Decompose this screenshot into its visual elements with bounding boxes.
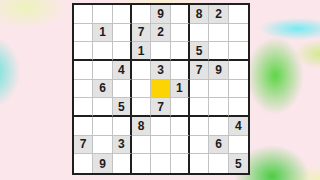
cell-r1c7[interactable]: 8 — [190, 5, 209, 24]
cell-r3c1[interactable] — [74, 42, 93, 61]
cell-r1c3[interactable] — [113, 5, 132, 24]
cell-r6c9[interactable] — [229, 98, 248, 117]
cell-r3c8[interactable] — [209, 42, 228, 61]
cell-r7c3[interactable] — [113, 117, 132, 136]
cell-r3c7[interactable]: 5 — [190, 42, 209, 61]
cell-r5c8[interactable] — [209, 80, 228, 99]
cell-r7c4[interactable]: 8 — [132, 117, 151, 136]
cell-r9c2[interactable]: 9 — [93, 154, 112, 173]
app-background: 98217215437961578473695 — [0, 0, 320, 180]
cell-r2c9[interactable] — [229, 24, 248, 43]
cell-r2c5[interactable]: 2 — [151, 24, 170, 43]
cell-r1c8[interactable]: 2 — [209, 5, 228, 24]
cell-r6c8[interactable] — [209, 98, 228, 117]
cell-r7c7[interactable] — [190, 117, 209, 136]
cell-r6c5[interactable]: 7 — [151, 98, 170, 117]
cell-r4c2[interactable] — [93, 61, 112, 80]
cell-r1c2[interactable] — [93, 5, 112, 24]
cell-r8c9[interactable] — [229, 136, 248, 155]
sudoku-board: 98217215437961578473695 — [72, 3, 250, 175]
cell-r6c3[interactable]: 5 — [113, 98, 132, 117]
cell-r4c5[interactable]: 3 — [151, 61, 170, 80]
cell-r8c5[interactable] — [151, 136, 170, 155]
cell-r5c6[interactable]: 1 — [171, 80, 190, 99]
cell-r1c5[interactable]: 9 — [151, 5, 170, 24]
cell-r6c2[interactable] — [93, 98, 112, 117]
cell-r7c5[interactable] — [151, 117, 170, 136]
cell-r4c4[interactable] — [132, 61, 151, 80]
cell-r9c3[interactable] — [113, 154, 132, 173]
cell-r1c6[interactable] — [171, 5, 190, 24]
cell-r1c9[interactable] — [229, 5, 248, 24]
cell-r9c5[interactable] — [151, 154, 170, 173]
cell-r1c1[interactable] — [74, 5, 93, 24]
cell-r9c4[interactable] — [132, 154, 151, 173]
cell-r6c1[interactable] — [74, 98, 93, 117]
cell-r6c6[interactable] — [171, 98, 190, 117]
cell-r6c4[interactable] — [132, 98, 151, 117]
cell-r8c7[interactable] — [190, 136, 209, 155]
cell-r9c6[interactable] — [171, 154, 190, 173]
cell-r2c4[interactable]: 7 — [132, 24, 151, 43]
cell-r3c9[interactable] — [229, 42, 248, 61]
cell-r2c6[interactable] — [171, 24, 190, 43]
cell-r4c9[interactable] — [229, 61, 248, 80]
cell-r7c6[interactable] — [171, 117, 190, 136]
cell-r3c5[interactable] — [151, 42, 170, 61]
cell-r4c8[interactable]: 9 — [209, 61, 228, 80]
cell-r7c9[interactable]: 4 — [229, 117, 248, 136]
cell-r5c1[interactable] — [74, 80, 93, 99]
cell-r5c5[interactable] — [151, 80, 170, 99]
cell-r3c2[interactable] — [93, 42, 112, 61]
cell-r9c7[interactable] — [190, 154, 209, 173]
cell-r5c4[interactable] — [132, 80, 151, 99]
cell-r2c1[interactable] — [74, 24, 93, 43]
cell-r5c3[interactable] — [113, 80, 132, 99]
cell-r4c7[interactable]: 7 — [190, 61, 209, 80]
cell-r7c2[interactable] — [93, 117, 112, 136]
cell-r3c3[interactable] — [113, 42, 132, 61]
cell-r5c9[interactable] — [229, 80, 248, 99]
cell-r9c9[interactable]: 5 — [229, 154, 248, 173]
cell-r7c8[interactable] — [209, 117, 228, 136]
cell-r6c7[interactable] — [190, 98, 209, 117]
cell-r9c1[interactable] — [74, 154, 93, 173]
cell-r2c7[interactable] — [190, 24, 209, 43]
cell-r8c1[interactable]: 7 — [74, 136, 93, 155]
cell-r8c8[interactable]: 6 — [209, 136, 228, 155]
cell-r8c6[interactable] — [171, 136, 190, 155]
cell-r4c6[interactable] — [171, 61, 190, 80]
cell-r8c4[interactable] — [132, 136, 151, 155]
cell-r5c7[interactable] — [190, 80, 209, 99]
cell-r9c8[interactable] — [209, 154, 228, 173]
cell-r8c3[interactable]: 3 — [113, 136, 132, 155]
cell-r4c3[interactable]: 4 — [113, 61, 132, 80]
cell-r2c2[interactable]: 1 — [93, 24, 112, 43]
cell-r1c4[interactable] — [132, 5, 151, 24]
cell-r4c1[interactable] — [74, 61, 93, 80]
cell-r3c4[interactable]: 1 — [132, 42, 151, 61]
cell-r5c2[interactable]: 6 — [93, 80, 112, 99]
cell-r2c3[interactable] — [113, 24, 132, 43]
cell-r3c6[interactable] — [171, 42, 190, 61]
cell-r7c1[interactable] — [74, 117, 93, 136]
cell-r2c8[interactable] — [209, 24, 228, 43]
cell-r8c2[interactable] — [93, 136, 112, 155]
